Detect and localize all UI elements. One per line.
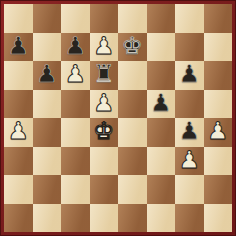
square-g8[interactable] bbox=[175, 4, 204, 33]
square-b5[interactable] bbox=[33, 90, 62, 119]
square-d8[interactable] bbox=[90, 4, 119, 33]
square-g1[interactable] bbox=[175, 204, 204, 233]
square-c8[interactable] bbox=[61, 4, 90, 33]
square-d7[interactable]: ♟ bbox=[90, 33, 119, 62]
square-a8[interactable] bbox=[4, 4, 33, 33]
piece-black-pawn[interactable]: ♟ bbox=[150, 90, 172, 117]
square-g5[interactable] bbox=[175, 90, 204, 119]
square-c5[interactable] bbox=[61, 90, 90, 119]
square-f6[interactable] bbox=[147, 61, 176, 90]
square-h5[interactable] bbox=[204, 90, 233, 119]
piece-white-pawn[interactable]: ♟ bbox=[178, 147, 200, 174]
square-c3[interactable] bbox=[61, 147, 90, 176]
square-d2[interactable] bbox=[90, 175, 119, 204]
chess-board: ♟♟♟♚♟♟♜♟♟♟♟♚♟♟♟ bbox=[4, 4, 232, 232]
square-e3[interactable] bbox=[118, 147, 147, 176]
square-e4[interactable] bbox=[118, 118, 147, 147]
piece-black-pawn[interactable]: ♟ bbox=[178, 118, 200, 145]
square-b3[interactable] bbox=[33, 147, 62, 176]
square-d1[interactable] bbox=[90, 204, 119, 233]
square-e8[interactable] bbox=[118, 4, 147, 33]
square-a3[interactable] bbox=[4, 147, 33, 176]
square-g6[interactable]: ♟ bbox=[175, 61, 204, 90]
square-a4[interactable]: ♟ bbox=[4, 118, 33, 147]
square-f7[interactable] bbox=[147, 33, 176, 62]
square-e1[interactable] bbox=[118, 204, 147, 233]
square-b8[interactable] bbox=[33, 4, 62, 33]
square-f3[interactable] bbox=[147, 147, 176, 176]
piece-white-king[interactable]: ♚ bbox=[93, 118, 115, 145]
piece-black-king[interactable]: ♚ bbox=[121, 33, 143, 60]
square-c7[interactable]: ♟ bbox=[61, 33, 90, 62]
piece-black-pawn[interactable]: ♟ bbox=[7, 33, 29, 60]
square-g3[interactable]: ♟ bbox=[175, 147, 204, 176]
chess-board-frame: ♟♟♟♚♟♟♜♟♟♟♟♚♟♟♟ bbox=[0, 0, 236, 236]
square-e7[interactable]: ♚ bbox=[118, 33, 147, 62]
square-a6[interactable] bbox=[4, 61, 33, 90]
square-b6[interactable]: ♟ bbox=[33, 61, 62, 90]
square-f8[interactable] bbox=[147, 4, 176, 33]
square-h8[interactable] bbox=[204, 4, 233, 33]
square-g2[interactable] bbox=[175, 175, 204, 204]
square-e5[interactable] bbox=[118, 90, 147, 119]
square-a7[interactable]: ♟ bbox=[4, 33, 33, 62]
square-c1[interactable] bbox=[61, 204, 90, 233]
square-h6[interactable] bbox=[204, 61, 233, 90]
square-b1[interactable] bbox=[33, 204, 62, 233]
piece-white-pawn[interactable]: ♟ bbox=[207, 118, 229, 145]
square-h7[interactable] bbox=[204, 33, 233, 62]
piece-black-pawn[interactable]: ♟ bbox=[178, 61, 200, 88]
square-e6[interactable] bbox=[118, 61, 147, 90]
square-h3[interactable] bbox=[204, 147, 233, 176]
square-f2[interactable] bbox=[147, 175, 176, 204]
square-c2[interactable] bbox=[61, 175, 90, 204]
square-b7[interactable] bbox=[33, 33, 62, 62]
square-d6[interactable]: ♜ bbox=[90, 61, 119, 90]
square-f1[interactable] bbox=[147, 204, 176, 233]
piece-white-pawn[interactable]: ♟ bbox=[7, 118, 29, 145]
piece-white-pawn[interactable]: ♟ bbox=[93, 90, 115, 117]
square-a5[interactable] bbox=[4, 90, 33, 119]
square-d5[interactable]: ♟ bbox=[90, 90, 119, 119]
piece-black-rook[interactable]: ♜ bbox=[93, 61, 115, 88]
piece-white-pawn[interactable]: ♟ bbox=[93, 33, 115, 60]
square-f4[interactable] bbox=[147, 118, 176, 147]
square-d3[interactable] bbox=[90, 147, 119, 176]
square-a2[interactable] bbox=[4, 175, 33, 204]
piece-black-pawn[interactable]: ♟ bbox=[36, 61, 58, 88]
square-e2[interactable] bbox=[118, 175, 147, 204]
piece-black-pawn[interactable]: ♟ bbox=[64, 33, 86, 60]
square-h4[interactable]: ♟ bbox=[204, 118, 233, 147]
square-b4[interactable] bbox=[33, 118, 62, 147]
square-g7[interactable] bbox=[175, 33, 204, 62]
square-b2[interactable] bbox=[33, 175, 62, 204]
square-h2[interactable] bbox=[204, 175, 233, 204]
square-c4[interactable] bbox=[61, 118, 90, 147]
square-h1[interactable] bbox=[204, 204, 233, 233]
square-d4[interactable]: ♚ bbox=[90, 118, 119, 147]
piece-white-pawn[interactable]: ♟ bbox=[64, 61, 86, 88]
square-f5[interactable]: ♟ bbox=[147, 90, 176, 119]
square-g4[interactable]: ♟ bbox=[175, 118, 204, 147]
square-a1[interactable] bbox=[4, 204, 33, 233]
square-c6[interactable]: ♟ bbox=[61, 61, 90, 90]
